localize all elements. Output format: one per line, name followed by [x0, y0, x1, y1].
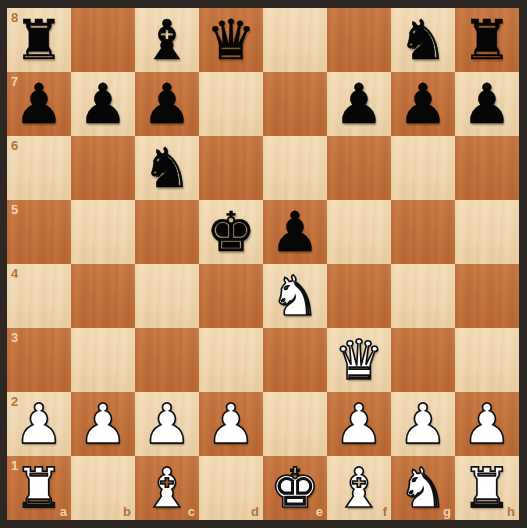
white-pawn[interactable]: ♟ [14, 392, 63, 456]
black-pawn[interactable]: ♟ [462, 72, 511, 136]
square-c7[interactable]: ♟ [135, 72, 199, 136]
black-rook[interactable]: ♜ [14, 8, 63, 72]
square-a4[interactable]: 4 [7, 264, 71, 328]
white-pawn[interactable]: ♟ [462, 392, 511, 456]
square-h4[interactable] [455, 264, 519, 328]
square-e6[interactable] [263, 136, 327, 200]
black-pawn[interactable]: ♟ [270, 200, 319, 264]
file-label-d: d [251, 504, 259, 519]
square-h7[interactable]: ♟ [455, 72, 519, 136]
square-d4[interactable] [199, 264, 263, 328]
square-e8[interactable] [263, 8, 327, 72]
square-f7[interactable]: ♟ [327, 72, 391, 136]
square-g8[interactable]: ♞ [391, 8, 455, 72]
square-c6[interactable]: ♞ [135, 136, 199, 200]
square-a7[interactable]: 7♟ [7, 72, 71, 136]
square-b2[interactable]: ♟ [71, 392, 135, 456]
black-king[interactable]: ♚ [206, 200, 255, 264]
rank-label-4: 4 [11, 266, 18, 281]
rank-label-5: 5 [11, 202, 18, 217]
white-pawn[interactable]: ♟ [334, 392, 383, 456]
square-a2[interactable]: 2♟ [7, 392, 71, 456]
chess-board: 8♜♝♛♞♜7♟♟♟♟♟♟6♞5♚♟4♞3♛2♟♟♟♟♟♟♟1a♜bc♝de♚f… [7, 8, 519, 520]
square-d5[interactable]: ♚ [199, 200, 263, 264]
square-g6[interactable] [391, 136, 455, 200]
square-g7[interactable]: ♟ [391, 72, 455, 136]
file-label-b: b [123, 504, 131, 519]
square-e4[interactable]: ♞ [263, 264, 327, 328]
white-pawn[interactable]: ♟ [206, 392, 255, 456]
white-rook[interactable]: ♜ [462, 456, 511, 520]
square-g1[interactable]: g♞ [391, 456, 455, 520]
square-d7[interactable] [199, 72, 263, 136]
square-c5[interactable] [135, 200, 199, 264]
square-h1[interactable]: h♜ [455, 456, 519, 520]
square-b1[interactable]: b [71, 456, 135, 520]
square-f6[interactable] [327, 136, 391, 200]
white-queen[interactable]: ♛ [334, 328, 383, 392]
black-bishop[interactable]: ♝ [142, 8, 191, 72]
white-knight[interactable]: ♞ [270, 264, 319, 328]
white-pawn[interactable]: ♟ [78, 392, 127, 456]
square-a1[interactable]: 1a♜ [7, 456, 71, 520]
black-pawn[interactable]: ♟ [78, 72, 127, 136]
black-rook[interactable]: ♜ [462, 8, 511, 72]
white-rook[interactable]: ♜ [14, 456, 63, 520]
black-knight[interactable]: ♞ [142, 136, 191, 200]
white-pawn[interactable]: ♟ [142, 392, 191, 456]
square-b3[interactable] [71, 328, 135, 392]
rank-label-3: 3 [11, 330, 18, 345]
square-e3[interactable] [263, 328, 327, 392]
white-pawn[interactable]: ♟ [398, 392, 447, 456]
white-bishop[interactable]: ♝ [142, 456, 191, 520]
square-f2[interactable]: ♟ [327, 392, 391, 456]
square-g4[interactable] [391, 264, 455, 328]
square-c8[interactable]: ♝ [135, 8, 199, 72]
square-d2[interactable]: ♟ [199, 392, 263, 456]
square-e7[interactable] [263, 72, 327, 136]
square-f5[interactable] [327, 200, 391, 264]
square-b6[interactable] [71, 136, 135, 200]
square-c2[interactable]: ♟ [135, 392, 199, 456]
black-pawn[interactable]: ♟ [14, 72, 63, 136]
square-b4[interactable] [71, 264, 135, 328]
square-f3[interactable]: ♛ [327, 328, 391, 392]
square-d1[interactable]: d [199, 456, 263, 520]
square-e1[interactable]: e♚ [263, 456, 327, 520]
square-c3[interactable] [135, 328, 199, 392]
square-h8[interactable]: ♜ [455, 8, 519, 72]
square-a6[interactable]: 6 [7, 136, 71, 200]
square-b5[interactable] [71, 200, 135, 264]
square-g3[interactable] [391, 328, 455, 392]
square-h6[interactable] [455, 136, 519, 200]
square-h3[interactable] [455, 328, 519, 392]
square-a3[interactable]: 3 [7, 328, 71, 392]
white-bishop[interactable]: ♝ [334, 456, 383, 520]
square-a5[interactable]: 5 [7, 200, 71, 264]
rank-label-6: 6 [11, 138, 18, 153]
square-d6[interactable] [199, 136, 263, 200]
square-h5[interactable] [455, 200, 519, 264]
square-g5[interactable] [391, 200, 455, 264]
black-pawn[interactable]: ♟ [142, 72, 191, 136]
square-d3[interactable] [199, 328, 263, 392]
black-queen[interactable]: ♛ [206, 8, 255, 72]
square-g2[interactable]: ♟ [391, 392, 455, 456]
square-b8[interactable] [71, 8, 135, 72]
white-king[interactable]: ♚ [270, 456, 319, 520]
square-h2[interactable]: ♟ [455, 392, 519, 456]
square-f8[interactable] [327, 8, 391, 72]
square-e2[interactable] [263, 392, 327, 456]
square-d8[interactable]: ♛ [199, 8, 263, 72]
square-a8[interactable]: 8♜ [7, 8, 71, 72]
square-f4[interactable] [327, 264, 391, 328]
square-f1[interactable]: f♝ [327, 456, 391, 520]
square-c4[interactable] [135, 264, 199, 328]
chess-board-frame: 8♜♝♛♞♜7♟♟♟♟♟♟6♞5♚♟4♞3♛2♟♟♟♟♟♟♟1a♜bc♝de♚f… [0, 0, 527, 528]
square-c1[interactable]: c♝ [135, 456, 199, 520]
black-knight[interactable]: ♞ [398, 8, 447, 72]
black-pawn[interactable]: ♟ [398, 72, 447, 136]
black-pawn[interactable]: ♟ [334, 72, 383, 136]
white-knight[interactable]: ♞ [398, 456, 447, 520]
square-e5[interactable]: ♟ [263, 200, 327, 264]
square-b7[interactable]: ♟ [71, 72, 135, 136]
